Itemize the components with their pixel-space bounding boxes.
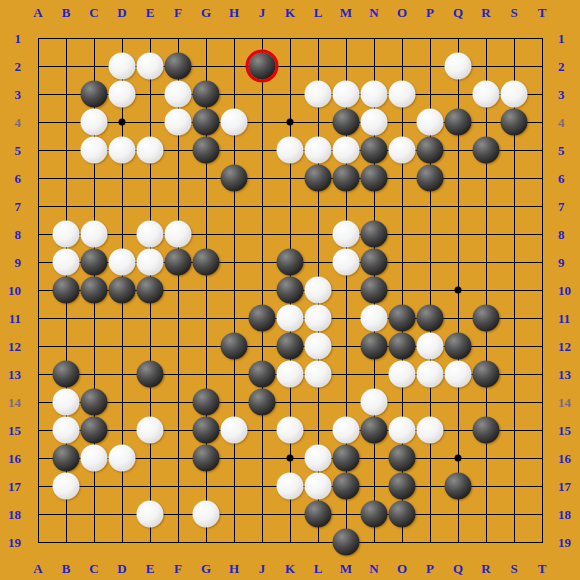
intersection-R11[interactable] [472,304,500,332]
intersection-G9[interactable] [192,248,220,276]
intersection-R1[interactable] [472,24,500,52]
intersection-S12[interactable] [500,332,528,360]
intersection-O17[interactable] [388,472,416,500]
intersection-P15[interactable] [416,416,444,444]
intersection-K11[interactable] [276,304,304,332]
intersection-G5[interactable] [192,136,220,164]
intersection-N12[interactable] [360,332,388,360]
intersection-S3[interactable] [500,80,528,108]
intersection-J5[interactable] [248,136,276,164]
intersection-B3[interactable] [52,80,80,108]
intersection-S17[interactable] [500,472,528,500]
intersection-J6[interactable] [248,164,276,192]
intersection-A1[interactable] [24,24,52,52]
intersection-Q17[interactable] [444,472,472,500]
intersection-C4[interactable] [80,108,108,136]
intersection-P10[interactable] [416,276,444,304]
intersection-F9[interactable] [164,248,192,276]
intersection-P18[interactable] [416,500,444,528]
intersection-C7[interactable] [80,192,108,220]
intersection-G7[interactable] [192,192,220,220]
intersection-B7[interactable] [52,192,80,220]
intersection-G19[interactable] [192,528,220,556]
intersection-H16[interactable] [220,444,248,472]
intersection-C12[interactable] [80,332,108,360]
intersection-G8[interactable] [192,220,220,248]
intersection-H9[interactable] [220,248,248,276]
intersection-H19[interactable] [220,528,248,556]
intersection-D19[interactable] [108,528,136,556]
intersection-A19[interactable] [24,528,52,556]
intersection-K17[interactable] [276,472,304,500]
intersection-O19[interactable] [388,528,416,556]
intersection-Q8[interactable] [444,220,472,248]
intersection-H2[interactable] [220,52,248,80]
intersection-M12[interactable] [332,332,360,360]
intersection-A3[interactable] [24,80,52,108]
intersection-C16[interactable] [80,444,108,472]
intersection-A7[interactable] [24,192,52,220]
intersection-J7[interactable] [248,192,276,220]
intersection-R18[interactable] [472,500,500,528]
intersection-C2[interactable] [80,52,108,80]
intersection-E16[interactable] [136,444,164,472]
intersection-J12[interactable] [248,332,276,360]
intersection-K10[interactable] [276,276,304,304]
intersection-M8[interactable] [332,220,360,248]
intersection-P19[interactable] [416,528,444,556]
intersection-T15[interactable] [528,416,556,444]
intersection-O8[interactable] [388,220,416,248]
intersection-K1[interactable] [276,24,304,52]
intersection-S2[interactable] [500,52,528,80]
intersection-M11[interactable] [332,304,360,332]
intersection-A13[interactable] [24,360,52,388]
intersection-B19[interactable] [52,528,80,556]
intersection-J9[interactable] [248,248,276,276]
intersection-L13[interactable] [304,360,332,388]
intersection-R13[interactable] [472,360,500,388]
intersection-L8[interactable] [304,220,332,248]
intersection-S11[interactable] [500,304,528,332]
intersection-E1[interactable] [136,24,164,52]
intersection-M5[interactable] [332,136,360,164]
intersection-K18[interactable] [276,500,304,528]
intersection-S18[interactable] [500,500,528,528]
intersection-S10[interactable] [500,276,528,304]
intersection-R15[interactable] [472,416,500,444]
intersection-C9[interactable] [80,248,108,276]
intersection-J15[interactable] [248,416,276,444]
intersection-C18[interactable] [80,500,108,528]
intersection-M6[interactable] [332,164,360,192]
intersection-B8[interactable] [52,220,80,248]
intersection-H5[interactable] [220,136,248,164]
intersection-P6[interactable] [416,164,444,192]
intersection-A2[interactable] [24,52,52,80]
intersection-D7[interactable] [108,192,136,220]
intersection-O4[interactable] [388,108,416,136]
intersection-N1[interactable] [360,24,388,52]
intersection-E6[interactable] [136,164,164,192]
intersection-E3[interactable] [136,80,164,108]
intersection-T13[interactable] [528,360,556,388]
intersection-Q19[interactable] [444,528,472,556]
intersection-B12[interactable] [52,332,80,360]
intersection-F13[interactable] [164,360,192,388]
intersection-M7[interactable] [332,192,360,220]
intersection-O13[interactable] [388,360,416,388]
intersection-R14[interactable] [472,388,500,416]
intersection-J16[interactable] [248,444,276,472]
intersection-E10[interactable] [136,276,164,304]
intersection-Q13[interactable] [444,360,472,388]
intersection-F19[interactable] [164,528,192,556]
intersection-J4[interactable] [248,108,276,136]
intersection-T14[interactable] [528,388,556,416]
intersection-A4[interactable] [24,108,52,136]
intersection-S13[interactable] [500,360,528,388]
intersection-M16[interactable] [332,444,360,472]
intersection-G10[interactable] [192,276,220,304]
intersection-G6[interactable] [192,164,220,192]
intersection-J1[interactable] [248,24,276,52]
intersection-J13[interactable] [248,360,276,388]
intersection-P4[interactable] [416,108,444,136]
intersection-L18[interactable] [304,500,332,528]
intersection-M18[interactable] [332,500,360,528]
intersection-O5[interactable] [388,136,416,164]
intersection-K15[interactable] [276,416,304,444]
intersection-Q4[interactable] [444,108,472,136]
intersection-K9[interactable] [276,248,304,276]
intersection-P1[interactable] [416,24,444,52]
intersection-M9[interactable] [332,248,360,276]
intersection-B16[interactable] [52,444,80,472]
intersection-O9[interactable] [388,248,416,276]
intersection-K4[interactable] [276,108,304,136]
intersection-F16[interactable] [164,444,192,472]
intersection-J19[interactable] [248,528,276,556]
intersection-N15[interactable] [360,416,388,444]
intersection-M1[interactable] [332,24,360,52]
intersection-T11[interactable] [528,304,556,332]
intersection-N9[interactable] [360,248,388,276]
intersection-R17[interactable] [472,472,500,500]
intersection-K6[interactable] [276,164,304,192]
intersection-E17[interactable] [136,472,164,500]
intersection-J11[interactable] [248,304,276,332]
intersection-G18[interactable] [192,500,220,528]
intersection-G4[interactable] [192,108,220,136]
intersection-G16[interactable] [192,444,220,472]
intersection-A16[interactable] [24,444,52,472]
intersection-E5[interactable] [136,136,164,164]
intersection-D2[interactable] [108,52,136,80]
intersection-E7[interactable] [136,192,164,220]
intersection-P8[interactable] [416,220,444,248]
intersection-H3[interactable] [220,80,248,108]
intersection-N3[interactable] [360,80,388,108]
intersection-S19[interactable] [500,528,528,556]
intersection-Q5[interactable] [444,136,472,164]
intersection-T12[interactable] [528,332,556,360]
intersection-J2[interactable] [248,52,276,80]
intersection-N6[interactable] [360,164,388,192]
intersection-H15[interactable] [220,416,248,444]
intersection-L19[interactable] [304,528,332,556]
intersection-H4[interactable] [220,108,248,136]
intersection-Q16[interactable] [444,444,472,472]
intersection-H11[interactable] [220,304,248,332]
intersection-E12[interactable] [136,332,164,360]
intersection-H1[interactable] [220,24,248,52]
intersection-O11[interactable] [388,304,416,332]
intersection-O12[interactable] [388,332,416,360]
intersection-N19[interactable] [360,528,388,556]
intersection-H14[interactable] [220,388,248,416]
intersection-N5[interactable] [360,136,388,164]
intersection-J14[interactable] [248,388,276,416]
intersection-D14[interactable] [108,388,136,416]
intersection-O1[interactable] [388,24,416,52]
intersection-T2[interactable] [528,52,556,80]
intersection-T17[interactable] [528,472,556,500]
intersection-N17[interactable] [360,472,388,500]
intersection-G14[interactable] [192,388,220,416]
intersection-A10[interactable] [24,276,52,304]
intersection-E14[interactable] [136,388,164,416]
intersection-E8[interactable] [136,220,164,248]
intersection-T5[interactable] [528,136,556,164]
intersection-S9[interactable] [500,248,528,276]
intersection-K8[interactable] [276,220,304,248]
intersection-Q2[interactable] [444,52,472,80]
intersection-G11[interactable] [192,304,220,332]
intersection-O2[interactable] [388,52,416,80]
intersection-O7[interactable] [388,192,416,220]
intersection-D10[interactable] [108,276,136,304]
intersection-G1[interactable] [192,24,220,52]
intersection-E11[interactable] [136,304,164,332]
intersection-D8[interactable] [108,220,136,248]
intersection-C5[interactable] [80,136,108,164]
intersection-T8[interactable] [528,220,556,248]
intersection-R7[interactable] [472,192,500,220]
intersection-A8[interactable] [24,220,52,248]
intersection-G17[interactable] [192,472,220,500]
intersection-T1[interactable] [528,24,556,52]
intersection-T10[interactable] [528,276,556,304]
intersection-D11[interactable] [108,304,136,332]
intersection-L2[interactable] [304,52,332,80]
intersection-H10[interactable] [220,276,248,304]
intersection-L16[interactable] [304,444,332,472]
intersection-T3[interactable] [528,80,556,108]
intersection-B2[interactable] [52,52,80,80]
intersection-H12[interactable] [220,332,248,360]
intersection-C19[interactable] [80,528,108,556]
intersection-B9[interactable] [52,248,80,276]
intersection-F4[interactable] [164,108,192,136]
intersection-T19[interactable] [528,528,556,556]
intersection-R6[interactable] [472,164,500,192]
intersection-P14[interactable] [416,388,444,416]
intersection-L10[interactable] [304,276,332,304]
intersection-P9[interactable] [416,248,444,276]
intersection-N4[interactable] [360,108,388,136]
intersection-K14[interactable] [276,388,304,416]
intersection-N13[interactable] [360,360,388,388]
intersection-F8[interactable] [164,220,192,248]
intersection-O3[interactable] [388,80,416,108]
intersection-M10[interactable] [332,276,360,304]
intersection-Q7[interactable] [444,192,472,220]
intersection-E13[interactable] [136,360,164,388]
intersection-K5[interactable] [276,136,304,164]
intersection-R4[interactable] [472,108,500,136]
intersection-R8[interactable] [472,220,500,248]
intersection-J17[interactable] [248,472,276,500]
intersection-N18[interactable] [360,500,388,528]
intersection-T7[interactable] [528,192,556,220]
intersection-F15[interactable] [164,416,192,444]
intersection-T9[interactable] [528,248,556,276]
intersection-E2[interactable] [136,52,164,80]
intersection-E4[interactable] [136,108,164,136]
intersection-N8[interactable] [360,220,388,248]
intersection-M14[interactable] [332,388,360,416]
intersection-E15[interactable] [136,416,164,444]
intersection-F5[interactable] [164,136,192,164]
intersection-L4[interactable] [304,108,332,136]
intersection-A14[interactable] [24,388,52,416]
intersection-L12[interactable] [304,332,332,360]
intersection-L15[interactable] [304,416,332,444]
intersection-S8[interactable] [500,220,528,248]
intersection-B15[interactable] [52,416,80,444]
intersection-M4[interactable] [332,108,360,136]
intersection-P3[interactable] [416,80,444,108]
intersection-E18[interactable] [136,500,164,528]
intersection-N10[interactable] [360,276,388,304]
intersection-R16[interactable] [472,444,500,472]
intersection-L17[interactable] [304,472,332,500]
intersection-L1[interactable] [304,24,332,52]
intersection-S15[interactable] [500,416,528,444]
intersection-S6[interactable] [500,164,528,192]
intersection-F18[interactable] [164,500,192,528]
intersection-D9[interactable] [108,248,136,276]
intersection-C11[interactable] [80,304,108,332]
intersection-F11[interactable] [164,304,192,332]
intersection-J3[interactable] [248,80,276,108]
intersection-E9[interactable] [136,248,164,276]
intersection-B14[interactable] [52,388,80,416]
intersection-G3[interactable] [192,80,220,108]
intersection-O6[interactable] [388,164,416,192]
intersection-O10[interactable] [388,276,416,304]
intersection-P13[interactable] [416,360,444,388]
intersection-Q18[interactable] [444,500,472,528]
intersection-L14[interactable] [304,388,332,416]
intersection-D3[interactable] [108,80,136,108]
intersection-D12[interactable] [108,332,136,360]
intersection-K13[interactable] [276,360,304,388]
intersection-N14[interactable] [360,388,388,416]
intersection-S1[interactable] [500,24,528,52]
intersection-B5[interactable] [52,136,80,164]
intersection-T4[interactable] [528,108,556,136]
intersection-D5[interactable] [108,136,136,164]
intersection-R2[interactable] [472,52,500,80]
intersection-N11[interactable] [360,304,388,332]
intersection-H7[interactable] [220,192,248,220]
intersection-L9[interactable] [304,248,332,276]
intersection-C3[interactable] [80,80,108,108]
intersection-N16[interactable] [360,444,388,472]
intersection-H18[interactable] [220,500,248,528]
intersection-Q14[interactable] [444,388,472,416]
intersection-C8[interactable] [80,220,108,248]
intersection-Q1[interactable] [444,24,472,52]
intersection-F17[interactable] [164,472,192,500]
intersection-L5[interactable] [304,136,332,164]
intersection-D4[interactable] [108,108,136,136]
intersection-F1[interactable] [164,24,192,52]
intersection-A9[interactable] [24,248,52,276]
intersection-G15[interactable] [192,416,220,444]
intersection-G12[interactable] [192,332,220,360]
intersection-R10[interactable] [472,276,500,304]
intersection-B17[interactable] [52,472,80,500]
intersection-J18[interactable] [248,500,276,528]
intersection-O18[interactable] [388,500,416,528]
intersection-J8[interactable] [248,220,276,248]
intersection-D17[interactable] [108,472,136,500]
intersection-M17[interactable] [332,472,360,500]
intersection-C1[interactable] [80,24,108,52]
intersection-O15[interactable] [388,416,416,444]
intersection-A11[interactable] [24,304,52,332]
intersection-N2[interactable] [360,52,388,80]
intersection-H13[interactable] [220,360,248,388]
intersection-P2[interactable] [416,52,444,80]
intersection-S7[interactable] [500,192,528,220]
intersection-M13[interactable] [332,360,360,388]
intersection-O16[interactable] [388,444,416,472]
intersection-K3[interactable] [276,80,304,108]
intersection-F7[interactable] [164,192,192,220]
intersection-A12[interactable] [24,332,52,360]
intersection-F12[interactable] [164,332,192,360]
intersection-Q15[interactable] [444,416,472,444]
intersection-T6[interactable] [528,164,556,192]
intersection-R3[interactable] [472,80,500,108]
intersection-M15[interactable] [332,416,360,444]
intersection-R9[interactable] [472,248,500,276]
intersection-C10[interactable] [80,276,108,304]
intersection-B13[interactable] [52,360,80,388]
intersection-Q12[interactable] [444,332,472,360]
intersection-S16[interactable] [500,444,528,472]
intersection-D1[interactable] [108,24,136,52]
intersection-N7[interactable] [360,192,388,220]
intersection-D13[interactable] [108,360,136,388]
intersection-Q9[interactable] [444,248,472,276]
intersection-K16[interactable] [276,444,304,472]
intersection-C14[interactable] [80,388,108,416]
